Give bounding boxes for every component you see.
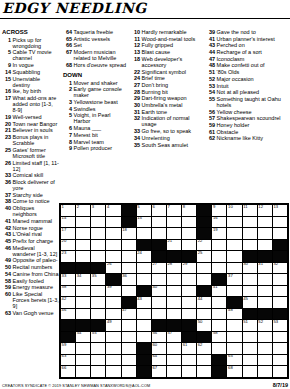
- grid-cell-r1c12: 10: [227, 205, 241, 216]
- cell-number-56: 56: [152, 331, 157, 336]
- grid-cell-r9c6: 43: [137, 297, 151, 308]
- clue-number: 54: [206, 89, 217, 95]
- grid-cell-r12c7: 56: [152, 332, 166, 343]
- clue-text: Obliques neighbors: [13, 205, 59, 217]
- clue-text: Marvel team: [74, 139, 127, 145]
- cell-number-36: 36: [122, 274, 127, 279]
- grid-cell-r15c2: [76, 366, 90, 377]
- grid-cell-r9c9: [182, 297, 196, 308]
- clue-text: Merest bit: [74, 132, 127, 138]
- grid-cell-r8c15: [273, 286, 287, 297]
- grid-cell-r3c11: 19: [212, 228, 226, 239]
- grid-cell-r8c9: [182, 286, 196, 297]
- clue-across-17: 17What add-ons are added onto [1-3, 8-9]: [2, 95, 59, 113]
- grid-cell-r1c11: 9: [212, 205, 226, 216]
- clue-number: 58: [2, 278, 13, 284]
- black-cell-r14c11: [212, 355, 226, 366]
- cell-number-34: 34: [77, 274, 82, 279]
- grid-cell-r14c2: [76, 355, 90, 366]
- grid-cell-r9c8: [167, 297, 181, 308]
- grid-cell-r15c8: [167, 366, 181, 377]
- grid-cell-r3c8: [167, 228, 181, 239]
- clue-across-66: 66Set: [63, 42, 127, 48]
- clue-down-48: 48Make confetti out of: [206, 62, 288, 68]
- clue-text: Believer in souls: [13, 127, 59, 133]
- grid-cell-r13c15: [273, 343, 287, 354]
- grid-cell-r9c4: [106, 297, 120, 308]
- clue-number: 43: [2, 231, 13, 237]
- clue-text: Picks up for wrongdoing: [13, 37, 59, 49]
- across-header: ACROSS: [2, 29, 59, 35]
- grid-cell-r1c8: 7: [167, 205, 181, 216]
- cell-number-12: 12: [258, 205, 263, 210]
- grid-cell-r3c4: [106, 228, 120, 239]
- clue-down-29: 29Dart-firing weapon: [131, 95, 198, 101]
- clue-text: Intuit: [217, 83, 288, 89]
- grid-cell-r6c7: 27: [152, 263, 166, 274]
- clue-text: Unrelenting: [142, 135, 198, 141]
- clue-number: 22: [131, 69, 142, 75]
- grid-cell-r12c11: 58: [212, 332, 226, 343]
- clue-across-49: 49Opposite of paleo-: [2, 257, 59, 263]
- clue-number: 5: [2, 49, 13, 61]
- clue-across-64: 64Taqueria freebie: [63, 29, 127, 35]
- cell-number-52: 52: [258, 320, 263, 325]
- clue-number: 16: [2, 88, 13, 94]
- clue-text: Something taught at Oahu hotels: [217, 96, 288, 108]
- clue-number: 7: [63, 132, 74, 138]
- black-cell-r12c9: [182, 332, 196, 343]
- down-header: DOWN: [63, 72, 127, 78]
- grid-cell-r6c13: 30: [243, 263, 257, 274]
- grid-cell-r2c13: [243, 217, 257, 228]
- clue-number: 59: [2, 284, 13, 290]
- grid-cell-r15c10: [197, 366, 211, 377]
- clue-number: 19: [2, 114, 13, 120]
- grid-cell-r12c13: [243, 332, 257, 343]
- clue-down-59: 59Honey holder: [206, 122, 288, 128]
- clue-across-21: 21Believer in souls: [2, 127, 59, 133]
- grid-cell-r13c3: [91, 343, 105, 354]
- clue-text: Come to notice: [13, 198, 59, 204]
- clue-number: 46: [2, 245, 13, 257]
- grid-cell-r5c3: [91, 251, 105, 262]
- clue-across-50: 50Recital numbers: [2, 264, 59, 270]
- clue-down-61: 61Obstacle: [206, 129, 288, 135]
- clue-text: Set: [74, 42, 127, 48]
- grid-cell-r11c4: 49: [106, 320, 120, 331]
- clue-text: Burning bit: [142, 89, 198, 95]
- clue-across-59: 59Energy measure: [2, 284, 59, 290]
- grid-cell-r6c8: 28: [167, 263, 181, 274]
- clue-text: Honey holder: [217, 122, 288, 128]
- clue-across-5: 5Cable TV movie channel: [2, 49, 59, 61]
- grid-cell-r7c2: 34: [76, 274, 90, 285]
- grid-cell-r3c3: [91, 228, 105, 239]
- clue-across-25: 25Gates' former Microsoft title: [2, 147, 59, 159]
- black-cell-r6c2: [76, 263, 90, 274]
- clue-number: 18: [131, 56, 142, 68]
- title-rule: [0, 18, 290, 19]
- grid-cell-r10c5: 47: [122, 309, 136, 320]
- grid-cell-r11c12: [227, 320, 241, 331]
- grid-cell-r5c1: 23: [61, 251, 75, 262]
- grid-cell-r3c6: [137, 228, 151, 239]
- grid-cell-r9c13: 45: [243, 297, 257, 308]
- grid-cell-r4c11: [212, 240, 226, 251]
- cell-number-18: 18: [122, 228, 127, 233]
- grid-cell-r7c10: [197, 274, 211, 285]
- grid-cell-r7c1: 33: [61, 274, 75, 285]
- clue-number: 49: [2, 257, 13, 263]
- grid-cell-r15c14: [258, 366, 272, 377]
- clue-across-43: 43L'Oréal rival: [2, 231, 59, 237]
- clue-number: 37: [2, 192, 13, 198]
- grid-cell-r10c1: 46: [61, 309, 75, 320]
- clue-across-45: 45Prefix for charge: [2, 238, 59, 244]
- clue-across-58: 58Easily fooled: [2, 278, 59, 284]
- clue-number: 1: [63, 80, 74, 86]
- grid-cell-r10c10: [197, 309, 211, 320]
- clue-text: Town near Bangor: [13, 121, 59, 127]
- grid-cell-r14c4: [106, 355, 120, 366]
- clue-number: 12: [131, 42, 142, 48]
- clue-down-54: 54Not at all pleased: [206, 89, 288, 95]
- clue-text: Recital numbers: [13, 264, 59, 270]
- clue-number: 42: [2, 225, 13, 231]
- grid-cell-r9c3: [91, 297, 105, 308]
- clue-number: 62: [206, 135, 217, 141]
- grid-cell-r4c3: [91, 240, 105, 251]
- clue-number: 30: [131, 102, 142, 108]
- clue-text: L'Oréal rival: [13, 231, 59, 237]
- clue-down-9: 9Pollen producer: [63, 145, 127, 151]
- grid-cell-r2c1: 14: [61, 217, 75, 228]
- grid-cell-r2c11: 16: [212, 217, 226, 228]
- black-cell-r9c12: [227, 297, 241, 308]
- black-cell-r11c7: [152, 320, 166, 331]
- clue-down-4: 4Swindles: [63, 106, 127, 112]
- clue-column-4: 39Gave the nod to41Urban planner's inter…: [206, 29, 288, 142]
- grid-cell-r8c12: [227, 286, 241, 297]
- cell-number-38: 38: [62, 285, 67, 290]
- black-cell-r2c5: [122, 217, 136, 228]
- clue-text: Urban planner's interest: [217, 36, 288, 42]
- clue-column-3: 10Hardly remarkable11Wood-and-metal tool…: [131, 29, 198, 148]
- clue-text: Mover and shaker: [74, 80, 127, 86]
- grid-cell-r1c14: 12: [258, 205, 272, 216]
- grid-cell-r13c14: [258, 343, 272, 354]
- grid-cell-r13c1: 59: [61, 343, 75, 354]
- grid-cell-r7c6: [137, 274, 151, 285]
- grid-cell-r2c9: [182, 217, 196, 228]
- black-cell-r11c2: [76, 320, 90, 331]
- clue-down-1: 1Mover and shaker: [63, 80, 127, 86]
- clue-number: 35: [131, 142, 142, 148]
- cell-number-47: 47: [122, 308, 127, 313]
- cell-number-16: 16: [213, 216, 218, 221]
- cell-number-5: 5: [137, 205, 139, 210]
- clue-across-1: 1Picks up for wrongdoing: [2, 37, 59, 49]
- cell-number-41: 41: [213, 285, 218, 290]
- grid-cell-r14c14: [258, 355, 272, 366]
- cell-number-29: 29: [183, 262, 188, 267]
- clue-across-9: 9In vogue: [2, 62, 59, 68]
- black-cell-r5c13: [243, 251, 257, 262]
- grid-cell-r6c5: [122, 263, 136, 274]
- clue-column-1: ACROSS 1Picks up for wrongdoing5Cable TV…: [2, 29, 59, 316]
- black-cell-r1c10: [197, 205, 211, 216]
- grid-cell-r5c11: [212, 251, 226, 262]
- cell-number-11: 11: [243, 205, 247, 210]
- grid-cell-r15c9: [182, 366, 196, 377]
- clue-text: Wood-and-metal tools: [142, 36, 198, 42]
- cell-number-42: 42: [62, 297, 67, 302]
- clue-number: 11: [131, 36, 142, 42]
- cell-number-9: 9: [213, 205, 215, 210]
- cell-number-21: 21: [168, 239, 173, 244]
- grid-cell-r11c11: [212, 320, 226, 331]
- grid-cell-r7c7: [152, 274, 166, 285]
- clue-number: 43: [206, 42, 217, 48]
- grid-cell-r14c12: 65: [227, 355, 241, 366]
- black-cell-r14c6: [137, 355, 151, 366]
- grid-cell-r1c7: 6: [152, 205, 166, 216]
- grid-cell-r1c6: 5: [137, 205, 151, 216]
- grid-cell-r8c4: 39: [106, 286, 120, 297]
- clue-down-28: 28Burning bit: [131, 89, 198, 95]
- clue-number: 15: [2, 76, 13, 88]
- cell-number-43: 43: [137, 297, 142, 302]
- grid-cell-r12c12: [227, 332, 241, 343]
- grid-cell-r9c15: [273, 297, 287, 308]
- grid-cell-r13c4: [106, 343, 120, 354]
- black-cell-r5c15: [273, 251, 287, 262]
- grid-cell-r10c12: 48: [227, 309, 241, 320]
- clue-number: 51: [206, 69, 217, 75]
- black-cell-r10c15: [273, 309, 287, 320]
- cell-number-50: 50: [198, 320, 203, 325]
- black-cell-r5c7: [152, 251, 166, 262]
- grid-cell-r7c9: [182, 274, 196, 285]
- grid-cell-r5c12: [227, 251, 241, 262]
- black-cell-r7c11: [212, 274, 226, 285]
- grid-cell-r4c5: [122, 240, 136, 251]
- cell-number-35: 35: [92, 274, 97, 279]
- cell-number-53: 53: [273, 320, 278, 325]
- grid-cell-r10c3: [91, 309, 105, 320]
- clue-number: 23: [2, 134, 13, 146]
- grid-cell-r14c5: [122, 355, 136, 366]
- clue-text: Taqueria freebie: [74, 29, 127, 35]
- clue-text: Comical skill: [13, 172, 59, 178]
- grid-cell-r12c5: [122, 332, 136, 343]
- clue-across-14: 14Squabbling: [2, 69, 59, 75]
- grid-cell-r1c9: 8: [182, 205, 196, 216]
- clue-across-60: 60Like Special Forces berets [1-3, 9]: [2, 291, 59, 309]
- clue-number: 9: [63, 145, 74, 151]
- cell-number-6: 6: [152, 205, 154, 210]
- clue-number: 64: [63, 29, 74, 35]
- clue-text: Medieval wanderer [1-3, 12]: [13, 245, 59, 257]
- puzzle-date: 8/7/19: [273, 382, 288, 388]
- clue-across-20: 20Town near Bangor: [2, 121, 59, 127]
- black-cell-r5c14: [258, 251, 272, 262]
- grid-cell-r3c9: [182, 228, 196, 239]
- copyright-line: CREATORS SYNDICATE © 2019 STANLEY NEWMAN…: [2, 384, 150, 388]
- cell-number-39: 39: [107, 285, 112, 290]
- grid-cell-r14c3: [91, 355, 105, 366]
- clue-text: Indication of normal usage: [142, 115, 198, 127]
- grid-cell-r15c7: 67: [152, 366, 166, 377]
- clue-text: Bonus plays in Scrabble: [13, 134, 59, 146]
- clue-text: Fully gripped: [142, 42, 198, 48]
- clue-number: 45: [2, 238, 13, 244]
- clue-number: 59: [206, 122, 217, 128]
- clue-text: Modern musician related to Melville: [74, 49, 127, 61]
- clue-down-30: 30Umbrella's metal: [131, 102, 198, 108]
- cell-number-48: 48: [228, 308, 233, 313]
- grid-cell-r7c14: [258, 274, 272, 285]
- grid-cell-r8c11: 41: [212, 286, 226, 297]
- cell-number-55: 55: [92, 331, 97, 336]
- clue-down-12: 12Fully gripped: [131, 42, 198, 48]
- grid-cell-r12c3: 55: [91, 332, 105, 343]
- grid-cell-r7c8: [167, 274, 181, 285]
- grid-cell-r2c7: [152, 217, 166, 228]
- grid-cell-r8c3: [91, 286, 105, 297]
- black-cell-r11c8: [167, 320, 181, 331]
- grid-cell-r4c2: [76, 240, 90, 251]
- clue-across-63: 63Van Gogh venue: [2, 310, 59, 316]
- clue-text: Hors d'oeuvre spread: [74, 62, 127, 68]
- grid-cell-r15c13: [243, 366, 257, 377]
- grid-cell-r15c4: [106, 366, 120, 377]
- across-clues-part2: 64Taqueria freebie65Artistic vessels66Se…: [63, 29, 127, 68]
- black-cell-r7c4: [106, 274, 120, 285]
- clue-text: Web developer's accessory: [142, 56, 198, 68]
- grid-cell-r12c2: 54: [76, 332, 90, 343]
- grid-cell-r8c13: [243, 286, 257, 297]
- clue-text: Gave the nod to: [217, 29, 288, 35]
- grid-cell-r8c1: 38: [61, 286, 75, 297]
- clue-across-37: 37Starchy side: [2, 192, 59, 198]
- black-cell-r15c11: [212, 366, 226, 377]
- clue-number: 33: [2, 172, 13, 178]
- grid-cell-r13c13: [243, 343, 257, 354]
- clue-down-10: 10Hardly remarkable: [131, 29, 198, 35]
- black-cell-r8c6: [137, 286, 151, 297]
- grid-cell-r4c4: [106, 240, 120, 251]
- cell-number-51: 51: [243, 320, 248, 325]
- clue-text: Like Special Forces berets [1-3, 9]: [13, 291, 59, 309]
- clue-down-53: 53Intuit: [206, 83, 288, 89]
- clue-across-41: 41Maned mammal: [2, 218, 59, 224]
- clue-number: 8: [63, 139, 74, 145]
- grid-cell-r10c9: [182, 309, 196, 320]
- clue-text: Pollen producer: [74, 145, 127, 151]
- black-cell-r4c7: [152, 240, 166, 251]
- black-cell-r5c9: [182, 251, 196, 262]
- cell-number-26: 26: [107, 262, 112, 267]
- clue-text: Shakespearean scoundrel: [217, 115, 288, 121]
- clue-text: Easily fooled: [13, 278, 59, 284]
- clue-text: Perched on: [217, 42, 288, 48]
- clue-down-7: 7Merest bit: [63, 132, 127, 138]
- clue-text: Make confetti out of: [217, 62, 288, 68]
- grid-cell-r13c10: 62: [197, 343, 211, 354]
- cell-number-7: 7: [168, 205, 170, 210]
- grid-cell-r9c1: 42: [61, 297, 75, 308]
- clue-text: Earth tone: [142, 109, 198, 115]
- cell-number-24: 24: [137, 251, 142, 256]
- clue-number: 54: [2, 271, 13, 277]
- grid-cell-r8c2: [76, 286, 90, 297]
- clue-number: 25: [2, 147, 13, 159]
- cell-number-67: 67: [152, 366, 157, 371]
- clue-number: 9: [2, 62, 13, 68]
- cell-number-30: 30: [243, 262, 248, 267]
- clue-down-39: 39Gave the nod to: [206, 29, 288, 35]
- clue-text: Recharge of a sort: [217, 49, 288, 55]
- grid-cell-r9c7: [152, 297, 166, 308]
- crossword-grid: 1234567891011121314151617181920212223242…: [59, 203, 289, 379]
- grid-cell-r14c13: [243, 355, 257, 366]
- grid-cell-r8c7: 40: [152, 286, 166, 297]
- black-cell-r11c9: [182, 320, 196, 331]
- clue-down-2: 2Early game console maker: [63, 86, 127, 98]
- grid-cell-r3c2: [76, 228, 90, 239]
- grid-cell-r12c14: [258, 332, 272, 343]
- clue-number: 20: [2, 121, 13, 127]
- cell-number-10: 10: [228, 205, 233, 210]
- black-cell-r11c3: [91, 320, 105, 331]
- grid-cell-r2c8: [167, 217, 181, 228]
- grid-cell-r6c10: [197, 263, 211, 274]
- grid-cell-r10c6: [137, 309, 151, 320]
- clue-text: Starchy side: [13, 192, 59, 198]
- grid-cell-r14c1: 63: [61, 355, 75, 366]
- grid-cell-r14c7: 64: [152, 355, 166, 366]
- clue-text: In vogue: [13, 62, 59, 68]
- grid-cell-r15c3: [91, 366, 105, 377]
- cell-number-63: 63: [62, 354, 67, 359]
- clue-number: 31: [131, 109, 142, 115]
- clue-text: Swindles: [74, 106, 127, 112]
- clue-down-34: 34Unrelenting: [131, 135, 198, 141]
- grid-cell-r5c2: [76, 251, 90, 262]
- cell-number-61: 61: [183, 343, 188, 348]
- grid-cell-r12c4: [106, 332, 120, 343]
- grid-cell-r11c6: [137, 320, 151, 331]
- grid-cell-r10c7: [152, 309, 166, 320]
- cell-number-46: 46: [62, 308, 67, 313]
- cell-number-49: 49: [107, 320, 112, 325]
- grid-cell-r12c15: [273, 332, 287, 343]
- clue-text: Mauna ___: [74, 125, 127, 131]
- grid-cell-r10c2: [76, 309, 90, 320]
- grid-cell-r2c2: [76, 217, 90, 228]
- clue-number: 5: [63, 112, 74, 124]
- clue-down-51: 51'80s Olds: [206, 69, 288, 75]
- cell-number-33: 33: [62, 274, 67, 279]
- clue-number: 55: [206, 96, 217, 108]
- grid-cell-r1c3: 3: [91, 205, 105, 216]
- clue-number: 34: [131, 135, 142, 141]
- clue-down-43: 43Perched on: [206, 42, 288, 48]
- grid-cell-r1c1: 1: [61, 205, 75, 216]
- grid-cell-r2c14: [258, 217, 272, 228]
